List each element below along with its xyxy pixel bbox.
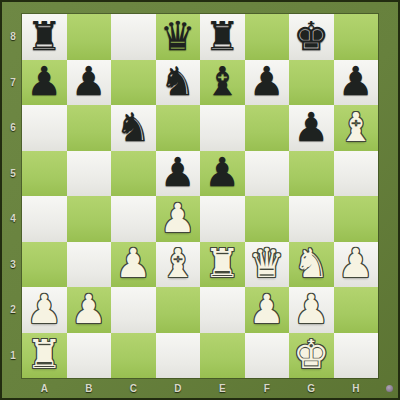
square-a8[interactable]: ♜ <box>22 14 67 60</box>
file-labels: ABCDEFGH <box>22 378 378 398</box>
square-g4[interactable] <box>289 196 334 242</box>
black-pawn-d5[interactable]: ♟ <box>160 152 196 192</box>
white-knight-g3[interactable]: ♞ <box>293 243 329 283</box>
square-h3[interactable]: ♟ <box>334 242 379 288</box>
file-label-f: F <box>245 378 290 398</box>
square-f8[interactable] <box>245 14 290 60</box>
rank-label-1: 1 <box>4 333 22 379</box>
square-a4[interactable] <box>22 196 67 242</box>
square-c5[interactable] <box>111 151 156 197</box>
square-b3[interactable] <box>67 242 112 288</box>
white-pawn-a2[interactable]: ♟ <box>26 289 62 329</box>
square-g1[interactable]: ♚ <box>289 333 334 379</box>
square-b4[interactable] <box>67 196 112 242</box>
square-d4[interactable]: ♟ <box>156 196 201 242</box>
square-g3[interactable]: ♞ <box>289 242 334 288</box>
black-rook-a8[interactable]: ♜ <box>26 16 62 56</box>
rank-label-7: 7 <box>4 60 22 106</box>
corner-dot <box>386 385 393 392</box>
black-queen-d8[interactable]: ♛ <box>160 16 196 56</box>
square-e7[interactable]: ♝ <box>200 60 245 106</box>
white-pawn-h3[interactable]: ♟ <box>338 243 374 283</box>
white-bishop-d3[interactable]: ♝ <box>160 243 196 283</box>
square-c7[interactable] <box>111 60 156 106</box>
black-king-g8[interactable]: ♚ <box>293 16 329 56</box>
white-pawn-b2[interactable]: ♟ <box>71 289 107 329</box>
square-f1[interactable] <box>245 333 290 379</box>
square-c4[interactable] <box>111 196 156 242</box>
file-label-d: D <box>156 378 201 398</box>
black-knight-d7[interactable]: ♞ <box>160 61 196 101</box>
square-d6[interactable] <box>156 105 201 151</box>
white-rook-a1[interactable]: ♜ <box>26 334 62 374</box>
square-a3[interactable] <box>22 242 67 288</box>
white-bishop-h6[interactable]: ♝ <box>338 107 374 147</box>
square-g2[interactable]: ♟ <box>289 287 334 333</box>
white-queen-f3[interactable]: ♛ <box>249 243 285 283</box>
file-label-a: A <box>22 378 67 398</box>
square-e3[interactable]: ♜ <box>200 242 245 288</box>
square-c2[interactable] <box>111 287 156 333</box>
square-h2[interactable] <box>334 287 379 333</box>
rank-label-4: 4 <box>4 196 22 242</box>
black-pawn-e5[interactable]: ♟ <box>204 152 240 192</box>
square-a2[interactable]: ♟ <box>22 287 67 333</box>
square-g8[interactable]: ♚ <box>289 14 334 60</box>
black-pawn-b7[interactable]: ♟ <box>71 61 107 101</box>
square-c8[interactable] <box>111 14 156 60</box>
rank-label-2: 2 <box>4 287 22 333</box>
square-d2[interactable] <box>156 287 201 333</box>
rank-label-5: 5 <box>4 151 22 197</box>
file-label-h: H <box>334 378 379 398</box>
square-b6[interactable] <box>67 105 112 151</box>
square-b8[interactable] <box>67 14 112 60</box>
black-pawn-g6[interactable]: ♟ <box>293 107 329 147</box>
square-h4[interactable] <box>334 196 379 242</box>
square-d1[interactable] <box>156 333 201 379</box>
square-c6[interactable]: ♞ <box>111 105 156 151</box>
black-pawn-h7[interactable]: ♟ <box>338 61 374 101</box>
white-pawn-g2[interactable]: ♟ <box>293 289 329 329</box>
rank-label-8: 8 <box>4 14 22 60</box>
square-h1[interactable] <box>334 333 379 379</box>
square-g7[interactable] <box>289 60 334 106</box>
white-pawn-c3[interactable]: ♟ <box>115 243 151 283</box>
black-rook-e8[interactable]: ♜ <box>204 16 240 56</box>
square-c1[interactable] <box>111 333 156 379</box>
square-e6[interactable] <box>200 105 245 151</box>
black-pawn-a7[interactable]: ♟ <box>26 61 62 101</box>
white-rook-e3[interactable]: ♜ <box>204 243 240 283</box>
black-pawn-f7[interactable]: ♟ <box>249 61 285 101</box>
square-d8[interactable]: ♛ <box>156 14 201 60</box>
square-h6[interactable]: ♝ <box>334 105 379 151</box>
white-pawn-f2[interactable]: ♟ <box>249 289 285 329</box>
square-f5[interactable] <box>245 151 290 197</box>
chess-board: ♜♛♜♚♟♟♞♝♟♟♞♟♝♟♟♟♟♝♜♛♞♟♟♟♟♟♜♚ <box>22 14 378 378</box>
square-f3[interactable]: ♛ <box>245 242 290 288</box>
file-label-e: E <box>200 378 245 398</box>
square-b1[interactable] <box>67 333 112 379</box>
square-h5[interactable] <box>334 151 379 197</box>
square-e5[interactable]: ♟ <box>200 151 245 197</box>
file-label-c: C <box>111 378 156 398</box>
square-b7[interactable]: ♟ <box>67 60 112 106</box>
square-f6[interactable] <box>245 105 290 151</box>
square-c3[interactable]: ♟ <box>111 242 156 288</box>
square-b5[interactable] <box>67 151 112 197</box>
square-a7[interactable]: ♟ <box>22 60 67 106</box>
square-a5[interactable] <box>22 151 67 197</box>
square-g6[interactable]: ♟ <box>289 105 334 151</box>
square-b2[interactable]: ♟ <box>67 287 112 333</box>
square-e4[interactable] <box>200 196 245 242</box>
square-a6[interactable] <box>22 105 67 151</box>
black-knight-c6[interactable]: ♞ <box>115 107 151 147</box>
black-bishop-e7[interactable]: ♝ <box>204 61 240 101</box>
chess-diagram: 87654321 ABCDEFGH ♜♛♜♚♟♟♞♝♟♟♞♟♝♟♟♟♟♝♜♛♞♟… <box>0 0 400 400</box>
file-label-g: G <box>289 378 334 398</box>
square-a1[interactable]: ♜ <box>22 333 67 379</box>
square-d5[interactable]: ♟ <box>156 151 201 197</box>
rank-labels: 87654321 <box>4 14 22 378</box>
square-g5[interactable] <box>289 151 334 197</box>
square-d3[interactable]: ♝ <box>156 242 201 288</box>
square-e2[interactable] <box>200 287 245 333</box>
square-h7[interactable]: ♟ <box>334 60 379 106</box>
square-d7[interactable]: ♞ <box>156 60 201 106</box>
rank-label-3: 3 <box>4 242 22 288</box>
white-pawn-d4[interactable]: ♟ <box>160 198 196 238</box>
square-f7[interactable]: ♟ <box>245 60 290 106</box>
rank-label-6: 6 <box>4 105 22 151</box>
square-f2[interactable]: ♟ <box>245 287 290 333</box>
white-king-g1[interactable]: ♚ <box>293 334 329 374</box>
file-label-b: B <box>67 378 112 398</box>
square-f4[interactable] <box>245 196 290 242</box>
square-e8[interactable]: ♜ <box>200 14 245 60</box>
square-e1[interactable] <box>200 333 245 379</box>
square-h8[interactable] <box>334 14 379 60</box>
